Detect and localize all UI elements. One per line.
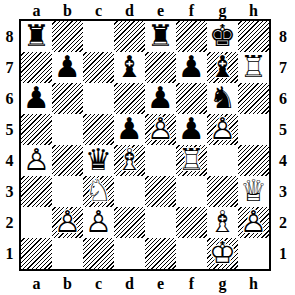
square-a7[interactable] xyxy=(21,52,52,83)
rank-label-2: 2 xyxy=(271,207,295,238)
square-g1[interactable]: ♚♔ xyxy=(207,238,238,269)
file-label-e: e xyxy=(145,271,176,295)
square-b4[interactable] xyxy=(52,145,83,176)
file-label-a: a xyxy=(21,0,52,19)
white-pawn[interactable]: ♟♙ xyxy=(145,114,176,145)
square-e1[interactable] xyxy=(145,238,176,269)
white-pawn-outline: ♙ xyxy=(83,207,114,238)
square-e8[interactable]: ♜ xyxy=(145,21,176,52)
white-bishop[interactable]: ♝♗ xyxy=(114,145,145,176)
white-rook[interactable]: ♜♖ xyxy=(238,52,269,83)
white-pawn-outline: ♙ xyxy=(238,207,269,238)
square-g3[interactable] xyxy=(207,176,238,207)
rank-label-5: 5 xyxy=(271,114,295,145)
square-b3[interactable] xyxy=(52,176,83,207)
rank-label-3: 3 xyxy=(0,176,19,207)
square-h2[interactable]: ♟♙ xyxy=(238,207,269,238)
white-pawn[interactable]: ♟♙ xyxy=(52,207,83,238)
square-e2[interactable] xyxy=(145,207,176,238)
file-label-h: h xyxy=(238,0,269,19)
rank-label-6: 6 xyxy=(0,83,19,114)
square-d8[interactable] xyxy=(114,21,145,52)
square-b1[interactable] xyxy=(52,238,83,269)
black-pawn-glyph: ♟ xyxy=(52,52,83,83)
rank-label-7: 7 xyxy=(0,52,19,83)
white-rook[interactable]: ♜♖ xyxy=(176,145,207,176)
black-king-glyph: ♚ xyxy=(207,21,238,52)
square-c6[interactable] xyxy=(83,83,114,114)
black-queen[interactable]: ♛ xyxy=(83,145,114,176)
square-d5[interactable]: ♟ xyxy=(114,114,145,145)
square-h4[interactable] xyxy=(238,145,269,176)
square-c5[interactable] xyxy=(83,114,114,145)
file-label-f: f xyxy=(176,271,207,295)
square-d6[interactable] xyxy=(114,83,145,114)
square-h1[interactable] xyxy=(238,238,269,269)
black-pawn[interactable]: ♟ xyxy=(145,83,176,114)
rank-label-4: 4 xyxy=(271,145,295,176)
white-rook-outline: ♖ xyxy=(238,52,269,83)
black-bishop[interactable]: ♝ xyxy=(207,52,238,83)
file-label-d: d xyxy=(114,0,145,19)
black-pawn-glyph: ♟ xyxy=(176,114,207,145)
file-labels-bottom: abcdefgh xyxy=(21,271,269,295)
black-pawn[interactable]: ♟ xyxy=(52,52,83,83)
rank-label-4: 4 xyxy=(0,145,19,176)
file-label-f: f xyxy=(176,0,207,19)
white-pawn-outline: ♙ xyxy=(207,114,238,145)
black-pawn-glyph: ♟ xyxy=(176,52,207,83)
square-f2[interactable] xyxy=(176,207,207,238)
black-knight[interactable]: ♞ xyxy=(207,83,238,114)
file-label-h: h xyxy=(238,271,269,295)
white-pawn[interactable]: ♟♙ xyxy=(83,207,114,238)
square-c2[interactable]: ♟♙ xyxy=(83,207,114,238)
white-rook-outline: ♖ xyxy=(176,145,207,176)
square-f6[interactable] xyxy=(176,83,207,114)
black-rook[interactable]: ♜ xyxy=(21,21,52,52)
file-label-b: b xyxy=(52,271,83,295)
square-g8[interactable]: ♚ xyxy=(207,21,238,52)
square-a4[interactable]: ♟♙ xyxy=(21,145,52,176)
square-d2[interactable] xyxy=(114,207,145,238)
square-g6[interactable]: ♞ xyxy=(207,83,238,114)
square-b5[interactable] xyxy=(52,114,83,145)
white-bishop[interactable]: ♝♗ xyxy=(207,207,238,238)
square-b6[interactable] xyxy=(52,83,83,114)
square-c3[interactable]: ♞♘ xyxy=(83,176,114,207)
file-labels-top: abcdefgh xyxy=(21,0,269,19)
white-knight[interactable]: ♞♘ xyxy=(83,176,114,207)
black-bishop[interactable]: ♝ xyxy=(114,52,145,83)
square-d1[interactable] xyxy=(114,238,145,269)
rank-label-6: 6 xyxy=(271,83,295,114)
square-c4[interactable]: ♛ xyxy=(83,145,114,176)
white-pawn-outline: ♙ xyxy=(145,114,176,145)
file-label-c: c xyxy=(83,271,114,295)
square-b8[interactable] xyxy=(52,21,83,52)
black-pawn[interactable]: ♟ xyxy=(21,83,52,114)
black-bishop-glyph: ♝ xyxy=(207,52,238,83)
rank-label-5: 5 xyxy=(0,114,19,145)
square-b7[interactable]: ♟ xyxy=(52,52,83,83)
white-queen[interactable]: ♛♕ xyxy=(238,176,269,207)
rank-label-8: 8 xyxy=(271,21,295,52)
square-f8[interactable] xyxy=(176,21,207,52)
square-c7[interactable] xyxy=(83,52,114,83)
white-pawn[interactable]: ♟♙ xyxy=(21,145,52,176)
white-king[interactable]: ♚♔ xyxy=(207,238,238,269)
square-e4[interactable] xyxy=(145,145,176,176)
black-king[interactable]: ♚ xyxy=(207,21,238,52)
black-queen-glyph: ♛ xyxy=(83,145,114,176)
square-f3[interactable] xyxy=(176,176,207,207)
rank-label-1: 1 xyxy=(271,238,295,269)
white-knight-outline: ♘ xyxy=(83,176,114,207)
square-d4[interactable]: ♝♗ xyxy=(114,145,145,176)
white-bishop-outline: ♗ xyxy=(114,145,145,176)
square-a3[interactable] xyxy=(21,176,52,207)
square-e7[interactable] xyxy=(145,52,176,83)
black-pawn[interactable]: ♟ xyxy=(114,114,145,145)
file-label-g: g xyxy=(207,0,238,19)
white-bishop-outline: ♗ xyxy=(207,207,238,238)
file-label-g: g xyxy=(207,271,238,295)
square-a6[interactable]: ♟ xyxy=(21,83,52,114)
black-rook-glyph: ♜ xyxy=(145,21,176,52)
black-pawn[interactable]: ♟ xyxy=(176,114,207,145)
square-h5[interactable] xyxy=(238,114,269,145)
black-bishop-glyph: ♝ xyxy=(114,52,145,83)
square-g7[interactable]: ♝ xyxy=(207,52,238,83)
white-pawn-outline: ♙ xyxy=(21,145,52,176)
square-h8[interactable] xyxy=(238,21,269,52)
file-label-d: d xyxy=(114,271,145,295)
rank-labels-right: 87654321 xyxy=(271,21,295,269)
file-label-e: e xyxy=(145,0,176,19)
rank-label-7: 7 xyxy=(271,52,295,83)
square-c1[interactable] xyxy=(83,238,114,269)
black-pawn-glyph: ♟ xyxy=(21,83,52,114)
black-knight-glyph: ♞ xyxy=(207,83,238,114)
rank-labels-left: 87654321 xyxy=(0,21,19,269)
square-a8[interactable]: ♜ xyxy=(21,21,52,52)
white-pawn[interactable]: ♟♙ xyxy=(238,207,269,238)
black-pawn[interactable]: ♟ xyxy=(176,52,207,83)
square-f1[interactable] xyxy=(176,238,207,269)
square-f5[interactable]: ♟ xyxy=(176,114,207,145)
black-rook[interactable]: ♜ xyxy=(145,21,176,52)
square-c8[interactable] xyxy=(83,21,114,52)
square-g4[interactable] xyxy=(207,145,238,176)
square-d3[interactable] xyxy=(114,176,145,207)
square-a5[interactable] xyxy=(21,114,52,145)
square-g5[interactable]: ♟♙ xyxy=(207,114,238,145)
square-a1[interactable] xyxy=(21,238,52,269)
square-f4[interactable]: ♜♖ xyxy=(176,145,207,176)
square-d7[interactable]: ♝ xyxy=(114,52,145,83)
square-h7[interactable]: ♜♖ xyxy=(238,52,269,83)
black-pawn-glyph: ♟ xyxy=(145,83,176,114)
file-label-b: b xyxy=(52,0,83,19)
square-h3[interactable]: ♛♕ xyxy=(238,176,269,207)
white-pawn[interactable]: ♟♙ xyxy=(207,114,238,145)
file-label-c: c xyxy=(83,0,114,19)
white-pawn-outline: ♙ xyxy=(52,207,83,238)
black-rook-glyph: ♜ xyxy=(21,21,52,52)
white-king-outline: ♔ xyxy=(207,238,238,269)
square-b2[interactable]: ♟♙ xyxy=(52,207,83,238)
rank-label-2: 2 xyxy=(0,207,19,238)
square-e3[interactable] xyxy=(145,176,176,207)
file-label-a: a xyxy=(21,271,52,295)
square-f7[interactable]: ♟ xyxy=(176,52,207,83)
square-h6[interactable] xyxy=(238,83,269,114)
chess-board: ♜♜♚♟♝♟♝♜♖♟♟♞♟♟♙♟♟♙♟♙♛♝♗♜♖♞♘♛♕♟♙♟♙♝♗♟♙♚♔ xyxy=(21,21,269,269)
rank-label-8: 8 xyxy=(0,21,19,52)
white-queen-outline: ♕ xyxy=(238,176,269,207)
square-g2[interactable]: ♝♗ xyxy=(207,207,238,238)
square-a2[interactable] xyxy=(21,207,52,238)
square-e5[interactable]: ♟♙ xyxy=(145,114,176,145)
square-e6[interactable]: ♟ xyxy=(145,83,176,114)
black-pawn-glyph: ♟ xyxy=(114,114,145,145)
rank-label-3: 3 xyxy=(271,176,295,207)
rank-label-1: 1 xyxy=(0,238,19,269)
chess-board-frame: ♜♜♚♟♝♟♝♜♖♟♟♞♟♟♙♟♟♙♟♙♛♝♗♜♖♞♘♛♕♟♙♟♙♝♗♟♙♚♔ xyxy=(19,19,271,271)
